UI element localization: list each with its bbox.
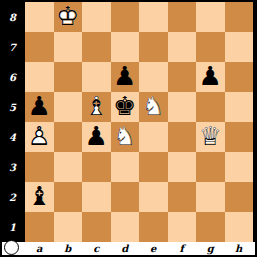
file-label-e: e: [139, 242, 168, 255]
file-label-a: a: [25, 242, 54, 255]
file-label-h: h: [225, 242, 254, 255]
square-g8[interactable]: [196, 2, 225, 32]
black-king: ♚: [113, 93, 136, 119]
square-b7[interactable]: [54, 32, 83, 62]
black-pawn: ♟: [113, 63, 136, 89]
square-h7[interactable]: [225, 32, 254, 62]
square-e8[interactable]: [139, 2, 168, 32]
square-d4[interactable]: ♞♘: [111, 122, 140, 152]
square-a2[interactable]: ♝: [25, 182, 54, 212]
square-b8[interactable]: ♚♔: [54, 2, 83, 32]
rank-label-5: 5: [0, 92, 25, 122]
square-a7[interactable]: [25, 32, 54, 62]
square-c3[interactable]: [82, 152, 111, 182]
file-label-f: f: [168, 242, 197, 255]
black-pawn: ♟: [85, 123, 108, 149]
chess-diagram: 87654321 ♚♔♟♟♟♝♗♚♞♘♟♙♟♞♘♛♕♝ abcdefgh: [0, 0, 257, 257]
square-d8[interactable]: [111, 2, 140, 32]
square-e5[interactable]: ♞♘: [139, 92, 168, 122]
rank-label-1: 1: [0, 212, 25, 242]
square-d5[interactable]: ♚: [111, 92, 140, 122]
square-h8[interactable]: [225, 2, 254, 32]
square-h1[interactable]: [225, 212, 254, 242]
rank-label-3: 3: [0, 152, 25, 182]
square-a5[interactable]: ♟: [25, 92, 54, 122]
black-bishop: ♝: [28, 183, 51, 209]
square-b2[interactable]: [54, 182, 83, 212]
square-d1[interactable]: [111, 212, 140, 242]
square-h5[interactable]: [225, 92, 254, 122]
white-queen-fill: ♛: [199, 123, 222, 149]
square-a8[interactable]: [25, 2, 54, 32]
square-g3[interactable]: [196, 152, 225, 182]
square-a6[interactable]: [25, 62, 54, 92]
square-b1[interactable]: [54, 212, 83, 242]
square-e1[interactable]: [139, 212, 168, 242]
white-pawn-fill: ♟: [28, 123, 51, 149]
square-g2[interactable]: [196, 182, 225, 212]
white-bishop: ♗: [85, 93, 108, 119]
square-d2[interactable]: [111, 182, 140, 212]
square-h3[interactable]: [225, 152, 254, 182]
open-circle-icon: [4, 240, 19, 255]
square-e2[interactable]: [139, 182, 168, 212]
file-label-b: b: [54, 242, 83, 255]
square-f8[interactable]: [168, 2, 197, 32]
square-c2[interactable]: [82, 182, 111, 212]
square-b6[interactable]: [54, 62, 83, 92]
white-knight-fill: ♞: [142, 93, 165, 119]
square-f5[interactable]: [168, 92, 197, 122]
rank-label-6: 6: [0, 62, 25, 92]
square-a3[interactable]: [25, 152, 54, 182]
white-king-fill: ♚: [56, 3, 79, 29]
square-g6[interactable]: ♟: [196, 62, 225, 92]
square-c7[interactable]: [82, 32, 111, 62]
square-d7[interactable]: [111, 32, 140, 62]
file-label-c: c: [82, 242, 111, 255]
square-b5[interactable]: [54, 92, 83, 122]
rank-labels: 87654321: [0, 2, 25, 242]
chess-board: ♚♔♟♟♟♝♗♚♞♘♟♙♟♞♘♛♕♝: [25, 2, 253, 242]
square-f1[interactable]: [168, 212, 197, 242]
square-c5[interactable]: ♝♗: [82, 92, 111, 122]
white-king: ♔: [56, 3, 79, 29]
square-g4[interactable]: ♛♕: [196, 122, 225, 152]
bottom-strip: abcdefgh: [2, 242, 255, 255]
white-pawn: ♙: [28, 123, 51, 149]
square-h6[interactable]: [225, 62, 254, 92]
rank-label-8: 8: [0, 2, 25, 32]
square-c1[interactable]: [82, 212, 111, 242]
black-pawn: ♟: [28, 93, 51, 119]
rank-label-7: 7: [0, 32, 25, 62]
square-g7[interactable]: [196, 32, 225, 62]
square-c6[interactable]: [82, 62, 111, 92]
square-e3[interactable]: [139, 152, 168, 182]
square-e7[interactable]: [139, 32, 168, 62]
square-e6[interactable]: [139, 62, 168, 92]
square-f6[interactable]: [168, 62, 197, 92]
square-c4[interactable]: ♟: [82, 122, 111, 152]
square-e4[interactable]: [139, 122, 168, 152]
square-f7[interactable]: [168, 32, 197, 62]
file-label-g: g: [196, 242, 225, 255]
rank-label-2: 2: [0, 182, 25, 212]
square-b4[interactable]: [54, 122, 83, 152]
square-f3[interactable]: [168, 152, 197, 182]
rank-label-4: 4: [0, 122, 25, 152]
white-queen: ♕: [199, 123, 222, 149]
file-labels: abcdefgh: [25, 242, 253, 255]
file-label-d: d: [111, 242, 140, 255]
white-knight-fill: ♞: [113, 123, 136, 149]
square-d6[interactable]: ♟: [111, 62, 140, 92]
square-d3[interactable]: [111, 152, 140, 182]
square-g5[interactable]: [196, 92, 225, 122]
square-f2[interactable]: [168, 182, 197, 212]
square-h2[interactable]: [225, 182, 254, 212]
square-h4[interactable]: [225, 122, 254, 152]
white-knight: ♘: [113, 123, 136, 149]
white-knight: ♘: [142, 93, 165, 119]
square-f4[interactable]: [168, 122, 197, 152]
square-b3[interactable]: [54, 152, 83, 182]
black-pawn: ♟: [199, 63, 222, 89]
square-a1[interactable]: [25, 212, 54, 242]
square-a4[interactable]: ♟♙: [25, 122, 54, 152]
white-bishop-fill: ♝: [85, 93, 108, 119]
square-c8[interactable]: [82, 2, 111, 32]
square-g1[interactable]: [196, 212, 225, 242]
